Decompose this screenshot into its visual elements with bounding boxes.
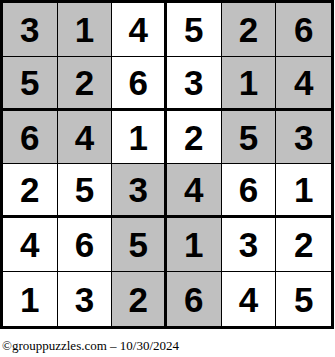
cell-r3c1: 6 xyxy=(3,111,58,165)
sudoku-board: 314526526314641253253461465132132645 xyxy=(0,0,334,329)
cell-r6c3: 2 xyxy=(112,272,167,326)
cell-r5c5: 3 xyxy=(222,218,277,272)
cell-r1c5: 2 xyxy=(222,3,277,57)
cell-r2c1: 5 xyxy=(3,57,58,111)
cell-r3c2: 4 xyxy=(58,111,113,165)
cell-r4c3: 3 xyxy=(112,164,167,218)
cell-r2c6: 4 xyxy=(276,57,331,111)
cell-r4c1: 2 xyxy=(3,164,58,218)
cell-r3c4: 2 xyxy=(167,111,222,165)
puzzle-page: 314526526314641253253461465132132645 ©gr… xyxy=(0,0,335,357)
cell-r6c6: 5 xyxy=(276,272,331,326)
cell-r5c1: 4 xyxy=(3,218,58,272)
cell-r1c4: 5 xyxy=(167,3,222,57)
cell-r5c2: 6 xyxy=(58,218,113,272)
cell-r6c2: 3 xyxy=(58,272,113,326)
cell-r4c2: 5 xyxy=(58,164,113,218)
cell-r1c3: 4 xyxy=(112,3,167,57)
copyright-footer: ©grouppuzzles.com – 10/30/2024 xyxy=(2,338,179,354)
cell-r4c4: 4 xyxy=(167,164,222,218)
cell-r3c5: 5 xyxy=(222,111,277,165)
cell-r5c6: 2 xyxy=(276,218,331,272)
cell-r3c6: 3 xyxy=(276,111,331,165)
cell-r3c3: 1 xyxy=(112,111,167,165)
cell-r6c4: 6 xyxy=(167,272,222,326)
cell-r5c3: 5 xyxy=(112,218,167,272)
cell-r2c2: 2 xyxy=(58,57,113,111)
cell-r6c5: 4 xyxy=(222,272,277,326)
cell-r2c5: 1 xyxy=(222,57,277,111)
cell-r1c1: 3 xyxy=(3,3,58,57)
cell-r6c1: 1 xyxy=(3,272,58,326)
cell-r4c5: 6 xyxy=(222,164,277,218)
cell-r4c6: 1 xyxy=(276,164,331,218)
cell-r2c3: 6 xyxy=(112,57,167,111)
cell-r5c4: 1 xyxy=(167,218,222,272)
cell-r1c2: 1 xyxy=(58,3,113,57)
cell-r1c6: 6 xyxy=(276,3,331,57)
cell-r2c4: 3 xyxy=(167,57,222,111)
